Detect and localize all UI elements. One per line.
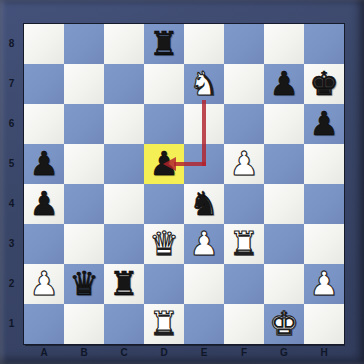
- square-b4[interactable]: [64, 184, 104, 224]
- square-c8[interactable]: [104, 24, 144, 64]
- square-f6[interactable]: [224, 104, 264, 144]
- white-pawn[interactable]: ♟: [304, 264, 344, 304]
- square-d5[interactable]: ♟: [144, 144, 184, 184]
- square-a5[interactable]: ♟: [24, 144, 64, 184]
- square-a2[interactable]: ♟: [24, 264, 64, 304]
- file-label-e: E: [184, 344, 224, 364]
- white-rook[interactable]: ♜: [144, 304, 184, 344]
- file-label-c: C: [104, 344, 144, 364]
- chessboard-frame: 87654321 ABCDEFGH ♜♞♟♚♟♟♟♟♟♞♛♟♜♟♛♜♟♜♚: [0, 0, 364, 364]
- square-d3[interactable]: ♛: [144, 224, 184, 264]
- file-label-h: H: [304, 344, 344, 364]
- rank-label-5: 5: [0, 144, 23, 184]
- square-d4[interactable]: [144, 184, 184, 224]
- rank-label-7: 7: [0, 64, 23, 104]
- black-knight[interactable]: ♞: [184, 184, 224, 224]
- square-g3[interactable]: [264, 224, 304, 264]
- square-e3[interactable]: ♟: [184, 224, 224, 264]
- square-a1[interactable]: [24, 304, 64, 344]
- square-d2[interactable]: [144, 264, 184, 304]
- square-e4[interactable]: ♞: [184, 184, 224, 224]
- square-a6[interactable]: [24, 104, 64, 144]
- square-c2[interactable]: ♜: [104, 264, 144, 304]
- square-e1[interactable]: [184, 304, 224, 344]
- chess-board[interactable]: ♜♞♟♚♟♟♟♟♟♞♛♟♜♟♛♜♟♜♚: [24, 24, 344, 344]
- square-h3[interactable]: [304, 224, 344, 264]
- square-g7[interactable]: ♟: [264, 64, 304, 104]
- rank-label-6: 6: [0, 104, 23, 144]
- square-d7[interactable]: [144, 64, 184, 104]
- square-g4[interactable]: [264, 184, 304, 224]
- black-pawn[interactable]: ♟: [264, 64, 304, 104]
- square-h8[interactable]: [304, 24, 344, 64]
- square-f5[interactable]: ♟: [224, 144, 264, 184]
- square-f1[interactable]: [224, 304, 264, 344]
- black-pawn[interactable]: ♟: [144, 144, 184, 184]
- square-d8[interactable]: ♜: [144, 24, 184, 64]
- square-f3[interactable]: ♜: [224, 224, 264, 264]
- square-h2[interactable]: ♟: [304, 264, 344, 304]
- square-g8[interactable]: [264, 24, 304, 64]
- square-c3[interactable]: [104, 224, 144, 264]
- white-queen[interactable]: ♛: [144, 224, 184, 264]
- file-label-a: A: [24, 344, 64, 364]
- square-c6[interactable]: [104, 104, 144, 144]
- square-a3[interactable]: [24, 224, 64, 264]
- square-h4[interactable]: [304, 184, 344, 224]
- black-pawn[interactable]: ♟: [24, 184, 64, 224]
- black-pawn[interactable]: ♟: [304, 104, 344, 144]
- white-pawn[interactable]: ♟: [24, 264, 64, 304]
- square-c1[interactable]: [104, 304, 144, 344]
- square-c7[interactable]: [104, 64, 144, 104]
- square-h6[interactable]: ♟: [304, 104, 344, 144]
- square-f8[interactable]: [224, 24, 264, 64]
- black-rook[interactable]: ♜: [144, 24, 184, 64]
- file-label-d: D: [144, 344, 184, 364]
- square-a7[interactable]: [24, 64, 64, 104]
- square-e7[interactable]: ♞: [184, 64, 224, 104]
- square-c5[interactable]: [104, 144, 144, 184]
- square-e2[interactable]: [184, 264, 224, 304]
- square-d6[interactable]: [144, 104, 184, 144]
- rank-label-8: 8: [0, 24, 23, 64]
- square-b8[interactable]: [64, 24, 104, 64]
- rank-label-2: 2: [0, 264, 23, 304]
- file-label-b: B: [64, 344, 104, 364]
- square-g2[interactable]: [264, 264, 304, 304]
- square-b1[interactable]: [64, 304, 104, 344]
- square-d1[interactable]: ♜: [144, 304, 184, 344]
- file-label-g: G: [264, 344, 304, 364]
- square-f2[interactable]: [224, 264, 264, 304]
- white-rook[interactable]: ♜: [224, 224, 264, 264]
- file-label-f: F: [224, 344, 264, 364]
- black-rook[interactable]: ♜: [104, 264, 144, 304]
- square-e5[interactable]: [184, 144, 224, 184]
- square-f7[interactable]: [224, 64, 264, 104]
- white-king[interactable]: ♚: [264, 304, 304, 344]
- square-b2[interactable]: ♛: [64, 264, 104, 304]
- square-h7[interactable]: ♚: [304, 64, 344, 104]
- square-a8[interactable]: [24, 24, 64, 64]
- rank-label-3: 3: [0, 224, 23, 264]
- square-c4[interactable]: [104, 184, 144, 224]
- square-f4[interactable]: [224, 184, 264, 224]
- white-knight[interactable]: ♞: [184, 64, 224, 104]
- square-g5[interactable]: [264, 144, 304, 184]
- square-h5[interactable]: [304, 144, 344, 184]
- square-h1[interactable]: [304, 304, 344, 344]
- black-queen[interactable]: ♛: [64, 264, 104, 304]
- square-g1[interactable]: ♚: [264, 304, 304, 344]
- square-b6[interactable]: [64, 104, 104, 144]
- rank-label-4: 4: [0, 184, 23, 224]
- white-pawn[interactable]: ♟: [224, 144, 264, 184]
- square-e8[interactable]: [184, 24, 224, 64]
- square-b3[interactable]: [64, 224, 104, 264]
- square-e6[interactable]: [184, 104, 224, 144]
- square-b5[interactable]: [64, 144, 104, 184]
- white-pawn[interactable]: ♟: [184, 224, 224, 264]
- square-b7[interactable]: [64, 64, 104, 104]
- black-king[interactable]: ♚: [304, 64, 344, 104]
- square-a4[interactable]: ♟: [24, 184, 64, 224]
- rank-label-1: 1: [0, 304, 23, 344]
- black-pawn[interactable]: ♟: [24, 144, 64, 184]
- square-g6[interactable]: [264, 104, 304, 144]
